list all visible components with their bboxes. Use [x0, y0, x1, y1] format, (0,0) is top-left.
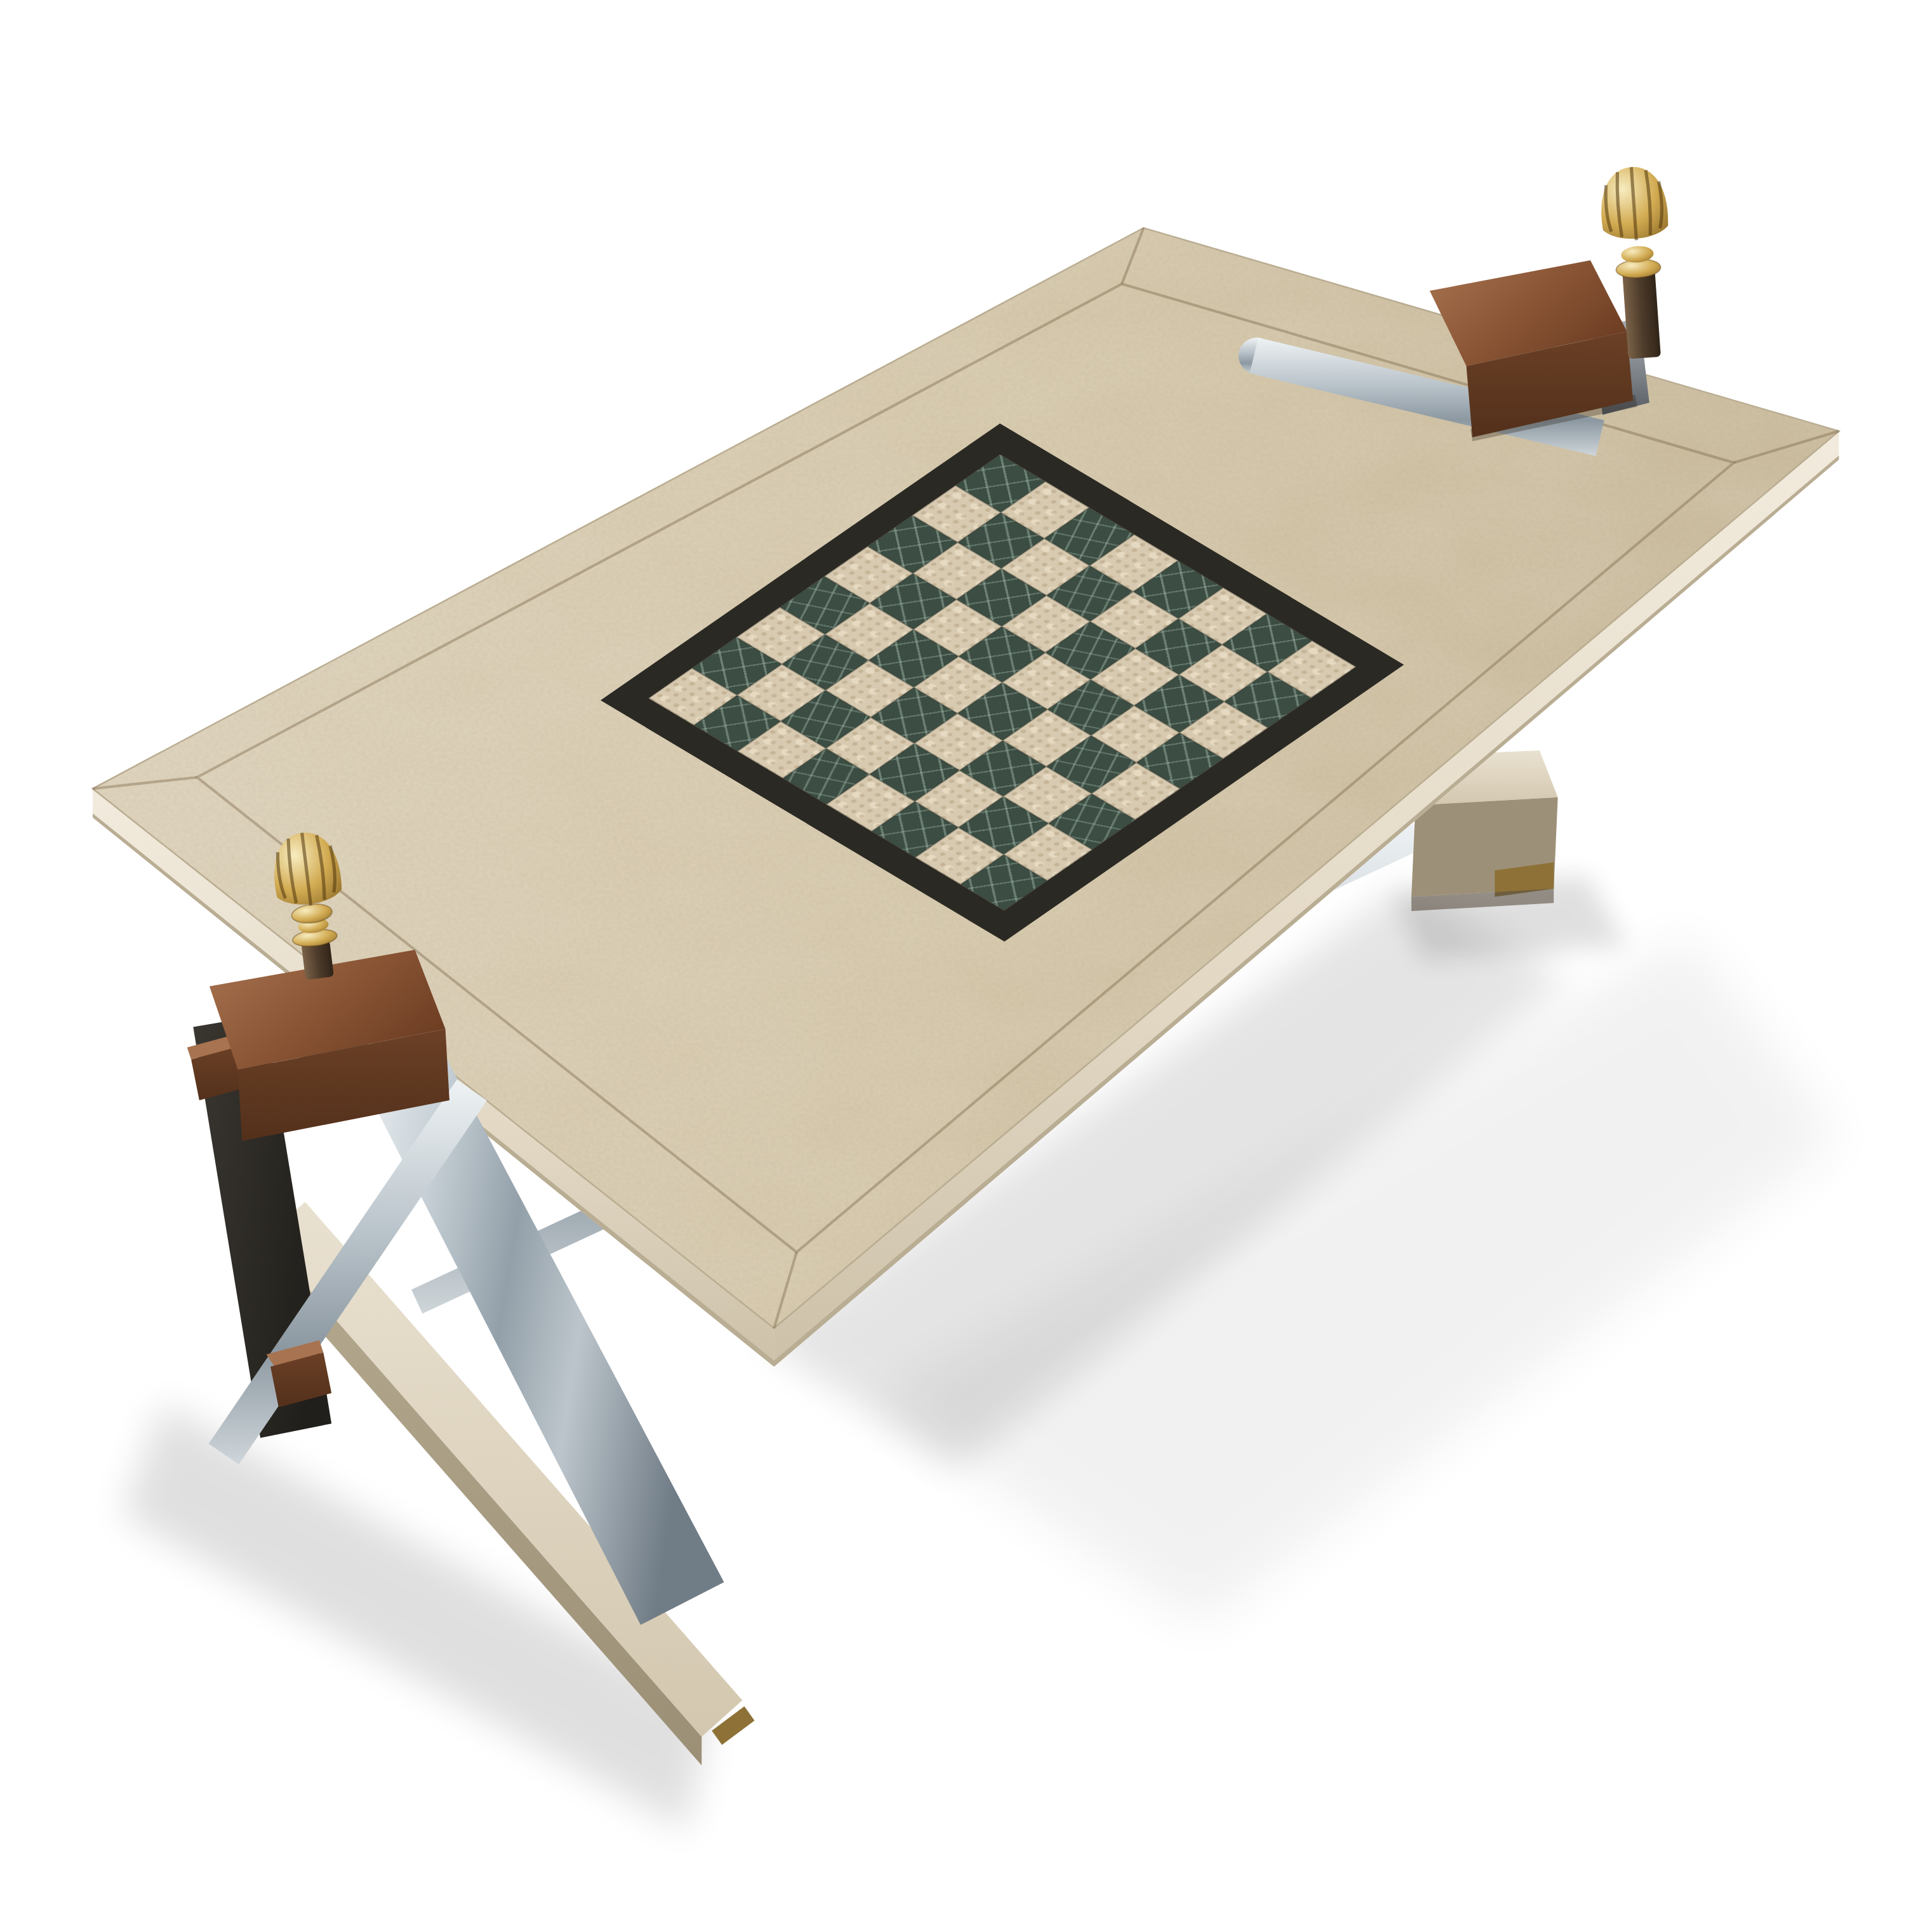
right-finial-shaft [1622, 267, 1661, 359]
left-brass-finial [269, 829, 353, 982]
right-clamp-assembly [1239, 165, 1678, 456]
foreground-layer [0, 0, 1932, 1932]
scene [0, 0, 1932, 1932]
left-leg-assembly [187, 829, 755, 1765]
